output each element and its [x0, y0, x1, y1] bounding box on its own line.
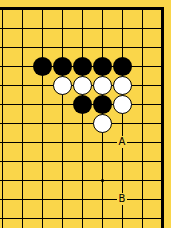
black-stone — [73, 57, 92, 76]
board-intersection — [132, 114, 152, 133]
board-intersection — [152, 38, 171, 57]
grid-line-vertical — [42, 209, 43, 228]
grid-line-vertical — [102, 209, 103, 228]
board-intersection — [92, 190, 112, 209]
board-intersection — [152, 114, 171, 133]
board-intersection — [152, 133, 171, 152]
grid-line-vertical — [62, 152, 63, 171]
board-intersection — [52, 0, 72, 19]
board-intersection — [12, 95, 32, 114]
board-intersection — [72, 0, 92, 19]
grid-line-vertical — [142, 152, 143, 171]
board-intersection — [32, 152, 52, 171]
black-stone — [113, 57, 132, 76]
go-board: AB — [0, 0, 171, 228]
grid-line-vertical — [122, 114, 123, 133]
board-intersection — [132, 190, 152, 209]
grid-line-vertical — [102, 8, 103, 19]
board-intersection — [92, 152, 112, 171]
board-intersection — [92, 19, 112, 38]
grid-line-vertical — [122, 38, 123, 57]
board-intersection — [12, 76, 32, 95]
grid-line-vertical — [102, 152, 103, 171]
board-intersection — [72, 38, 92, 57]
board-intersection — [32, 95, 52, 114]
board-intersection — [0, 133, 12, 152]
white-stone — [93, 76, 112, 95]
grid-line-vertical — [82, 190, 83, 209]
grid-line-vertical — [142, 114, 143, 133]
grid-line-vertical — [22, 209, 23, 228]
board-intersection — [152, 152, 171, 171]
board-intersection — [32, 171, 52, 190]
grid-line-vertical — [102, 190, 103, 209]
grid-line-vertical — [62, 19, 63, 38]
grid-line-vertical — [22, 114, 23, 133]
grid-line-vertical — [142, 209, 143, 228]
board-intersection — [112, 114, 132, 133]
grid-line-vertical — [2, 152, 3, 171]
grid-line-vertical — [22, 133, 23, 152]
grid-line-vertical — [82, 209, 83, 228]
board-intersection — [32, 190, 52, 209]
board-intersection — [12, 190, 32, 209]
grid-line-vertical — [142, 190, 143, 209]
grid-line-vertical — [42, 95, 43, 114]
board-intersection — [112, 0, 132, 19]
board-intersection — [0, 171, 12, 190]
board-intersection — [12, 133, 32, 152]
board-intersection — [0, 152, 12, 171]
board-intersection — [112, 19, 132, 38]
grid-line-vertical — [42, 171, 43, 190]
grid-line-vertical — [142, 38, 143, 57]
board-intersection — [32, 19, 52, 38]
grid-line-vertical — [2, 57, 3, 76]
grid-line-vertical — [22, 95, 23, 114]
star-point — [101, 179, 104, 182]
board-intersection — [92, 0, 112, 19]
board-intersection — [152, 76, 171, 95]
grid-line-vertical — [142, 76, 143, 95]
board-intersection — [52, 19, 72, 38]
grid-line-vertical — [42, 133, 43, 152]
board-intersection — [72, 19, 92, 38]
board-intersection — [32, 38, 52, 57]
grid-line-vertical — [82, 114, 83, 133]
board-intersection — [32, 209, 52, 228]
white-stone — [73, 76, 92, 95]
grid-line-vertical — [161, 114, 164, 133]
board-intersection — [0, 76, 12, 95]
grid-line-vertical — [42, 114, 43, 133]
grid-line-vertical — [42, 38, 43, 57]
grid-line-vertical — [22, 38, 23, 57]
grid-line-vertical — [142, 133, 143, 152]
grid-line-vertical — [22, 19, 23, 38]
board-intersection — [32, 0, 52, 19]
grid-line-vertical — [122, 19, 123, 38]
white-stone — [113, 76, 132, 95]
grid-line-vertical — [22, 190, 23, 209]
grid-line-vertical — [2, 209, 3, 228]
board-intersection — [72, 114, 92, 133]
board-intersection — [12, 171, 32, 190]
board-intersection — [152, 171, 171, 190]
grid-line-vertical — [2, 190, 3, 209]
board-intersection — [92, 209, 112, 228]
board-intersection — [152, 95, 171, 114]
grid-line-vertical — [161, 76, 164, 95]
board-intersection — [132, 133, 152, 152]
white-stone — [53, 76, 72, 95]
grid-line-vertical — [102, 19, 103, 38]
board-intersection — [92, 133, 112, 152]
grid-line-vertical — [2, 8, 3, 19]
grid-line-vertical — [62, 38, 63, 57]
board-intersection — [52, 133, 72, 152]
board-intersection — [152, 190, 171, 209]
grid-line-vertical — [62, 95, 63, 114]
board-intersection — [12, 38, 32, 57]
board-intersection — [72, 190, 92, 209]
board-intersection — [52, 152, 72, 171]
board-intersection — [112, 38, 132, 57]
grid-line-vertical — [22, 8, 23, 19]
grid-line-vertical — [62, 171, 63, 190]
board-intersection — [0, 0, 12, 19]
black-stone — [53, 57, 72, 76]
grid-line-vertical — [122, 152, 123, 171]
grid-line-vertical — [161, 38, 164, 57]
board-intersection — [112, 209, 132, 228]
board-intersection — [12, 0, 32, 19]
board-intersection — [132, 171, 152, 190]
grid-line-vertical — [102, 133, 103, 152]
board-intersection — [52, 171, 72, 190]
go-problem-diagram: AB — [0, 0, 171, 228]
board-intersection — [32, 114, 52, 133]
board-intersection — [0, 114, 12, 133]
board-intersection — [132, 95, 152, 114]
grid-line-vertical — [161, 209, 164, 228]
board-intersection — [0, 19, 12, 38]
grid-line-vertical — [62, 8, 63, 19]
grid-line-vertical — [62, 114, 63, 133]
grid-line-vertical — [22, 57, 23, 76]
grid-line-vertical — [142, 95, 143, 114]
board-intersection — [132, 152, 152, 171]
grid-line-vertical — [142, 57, 143, 76]
board-intersection — [0, 38, 12, 57]
grid-line-vertical — [82, 19, 83, 38]
board-intersection — [52, 114, 72, 133]
white-stone — [113, 95, 132, 114]
board-intersection — [132, 57, 152, 76]
board-intersection — [32, 76, 52, 95]
board-intersection — [0, 57, 12, 76]
board-intersection — [12, 114, 32, 133]
board-intersection — [112, 171, 132, 190]
grid-line-vertical — [161, 95, 164, 114]
grid-line-vertical — [62, 133, 63, 152]
grid-line-vertical — [161, 171, 164, 190]
board-intersection — [0, 190, 12, 209]
board-intersection — [132, 76, 152, 95]
grid-line-vertical — [161, 8, 164, 19]
grid-line-vertical — [82, 8, 83, 19]
grid-line-vertical — [142, 171, 143, 190]
black-stone — [33, 57, 52, 76]
grid-line-vertical — [2, 76, 3, 95]
board-intersection — [52, 38, 72, 57]
grid-line-vertical — [122, 8, 123, 19]
grid-line-vertical — [2, 171, 3, 190]
board-intersection — [152, 0, 171, 19]
grid-line-vertical — [142, 8, 143, 19]
grid-line-vertical — [42, 8, 43, 19]
grid-line-vertical — [82, 133, 83, 152]
grid-line-vertical — [161, 19, 164, 38]
board-intersection — [112, 152, 132, 171]
grid-line-vertical — [42, 76, 43, 95]
board-intersection — [0, 95, 12, 114]
grid-line-vertical — [82, 171, 83, 190]
grid-line-vertical — [22, 76, 23, 95]
board-intersection — [132, 38, 152, 57]
grid-line-vertical — [62, 209, 63, 228]
grid-line-vertical — [122, 171, 123, 190]
grid-line-vertical — [142, 19, 143, 38]
board-intersection — [52, 209, 72, 228]
board-intersection — [0, 209, 12, 228]
grid-line-vertical — [2, 133, 3, 152]
board-intersection — [12, 209, 32, 228]
grid-line-vertical — [2, 114, 3, 133]
grid-line-vertical — [2, 38, 3, 57]
grid-line-vertical — [62, 190, 63, 209]
board-intersection — [132, 19, 152, 38]
grid-line-vertical — [22, 171, 23, 190]
grid-line-vertical — [161, 190, 164, 209]
black-stone — [73, 95, 92, 114]
board-intersection — [72, 152, 92, 171]
grid-line-vertical — [2, 19, 3, 38]
board-intersection — [72, 133, 92, 152]
grid-line-vertical — [42, 152, 43, 171]
grid-line-vertical — [161, 133, 164, 152]
board-intersection — [52, 190, 72, 209]
board-intersection — [12, 152, 32, 171]
black-stone — [93, 95, 112, 114]
board-intersection — [152, 57, 171, 76]
board-intersection — [72, 171, 92, 190]
grid-line-vertical — [42, 19, 43, 38]
labeled-point-a[interactable]: A — [117, 136, 128, 148]
grid-line-vertical — [161, 152, 164, 171]
board-intersection — [12, 57, 32, 76]
board-intersection — [132, 0, 152, 19]
board-intersection — [132, 209, 152, 228]
grid-line-vertical — [102, 38, 103, 57]
grid-line-vertical — [42, 190, 43, 209]
grid-line-vertical — [161, 57, 164, 76]
board-intersection — [152, 209, 171, 228]
grid-line-vertical — [82, 38, 83, 57]
board-intersection — [52, 95, 72, 114]
board-intersection — [92, 38, 112, 57]
board-intersection — [152, 19, 171, 38]
board-intersection — [32, 133, 52, 152]
grid-line-vertical — [122, 209, 123, 228]
white-stone — [93, 114, 112, 133]
board-intersection — [12, 19, 32, 38]
grid-line-vertical — [22, 152, 23, 171]
grid-line-vertical — [82, 152, 83, 171]
black-stone — [93, 57, 112, 76]
board-intersection — [72, 209, 92, 228]
labeled-point-b[interactable]: B — [117, 193, 128, 205]
grid-line-vertical — [2, 95, 3, 114]
